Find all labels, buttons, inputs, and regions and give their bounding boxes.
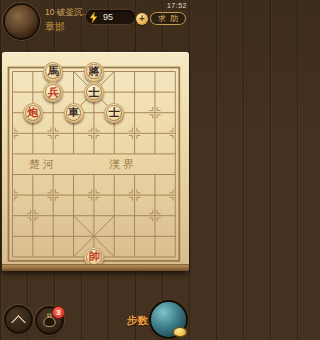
river-label-han: 漢界 [109,157,137,172]
energy-value: 95 [103,12,113,22]
piece-glyph: 車 [68,107,79,118]
energy-pill: 95 [86,10,135,24]
piece-black-horse[interactable]: 馬 [43,62,63,82]
status-clock: 17:52 [167,2,187,9]
piece-glyph: 將 [88,66,99,77]
piece-glyph: 帥 [88,251,99,262]
opponent-name: 章邯 [45,20,65,34]
xiangqi-board[interactable]: 楚河 漢界 馬將兵士炮車士帥 [2,52,189,271]
piece-red-cannon[interactable]: 炮 [23,103,43,123]
bag-badge: 3 [53,307,64,318]
opponent-avatar[interactable] [3,3,40,40]
chevron-up-icon [11,315,27,331]
piece-black-general[interactable]: 將 [84,62,104,82]
add-energy-button[interactable]: + [136,13,148,25]
collapse-button[interactable] [4,305,33,334]
piece-glyph: 馬 [48,66,59,77]
lightning-icon [89,12,98,23]
piece-glyph: 兵 [48,87,59,98]
app-screen: { "game": "xiangqi", "position": "2n1k4/… [0,0,191,340]
piece-glyph: 炮 [27,107,38,118]
piece-black-advisor[interactable]: 士 [84,82,104,102]
piece-red-general[interactable]: 帥 [84,247,104,267]
level-label: 10 破釜沉... [45,7,89,19]
piece-black-advisor[interactable]: 士 [104,103,124,123]
help-button[interactable]: 求助 [150,12,186,25]
move-counter-label: 步数: [127,314,152,326]
piece-glyph: 士 [109,107,120,118]
river-label-chu: 楚河 [29,157,57,172]
gold-ingot-icon [174,328,186,336]
piece-black-chariot[interactable]: 車 [64,103,84,123]
player-avatar[interactable] [149,300,188,339]
piece-glyph: 士 [88,87,99,98]
